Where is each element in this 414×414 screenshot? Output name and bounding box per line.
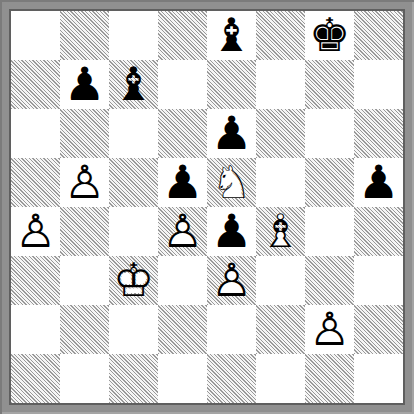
square-c8[interactable] <box>109 11 158 60</box>
square-e3[interactable]: ♟♙ <box>207 256 256 305</box>
square-e6[interactable]: ♟ <box>207 109 256 158</box>
piece-black-pawn[interactable]: ♟ <box>354 158 403 207</box>
square-c4[interactable] <box>109 207 158 256</box>
square-d7[interactable] <box>158 60 207 109</box>
piece-glyph: ♙ <box>11 207 60 256</box>
piece-glyph: ♔ <box>109 256 158 305</box>
board-frame: ♝♚♟♝♟♟♙♟♞♘♟♟♙♟♙♟♝♗♚♔♟♙♟♙ <box>0 0 414 414</box>
square-h7[interactable] <box>354 60 403 109</box>
square-d4[interactable]: ♟♙ <box>158 207 207 256</box>
piece-white-bishop[interactable]: ♝♗ <box>256 207 305 256</box>
square-b1[interactable] <box>60 354 109 403</box>
piece-white-pawn[interactable]: ♟♙ <box>11 207 60 256</box>
square-a6[interactable] <box>11 109 60 158</box>
square-a1[interactable] <box>11 354 60 403</box>
square-d2[interactable] <box>158 305 207 354</box>
piece-glyph: ♝ <box>109 60 158 109</box>
piece-white-pawn[interactable]: ♟♙ <box>207 256 256 305</box>
square-h5[interactable]: ♟ <box>354 158 403 207</box>
square-h8[interactable] <box>354 11 403 60</box>
piece-glyph: ♙ <box>207 256 256 305</box>
square-e8[interactable]: ♝ <box>207 11 256 60</box>
square-h4[interactable] <box>354 207 403 256</box>
square-f6[interactable] <box>256 109 305 158</box>
square-d6[interactable] <box>158 109 207 158</box>
square-h1[interactable] <box>354 354 403 403</box>
piece-glyph: ♟ <box>207 109 256 158</box>
square-b5[interactable]: ♟♙ <box>60 158 109 207</box>
square-b3[interactable] <box>60 256 109 305</box>
square-c2[interactable] <box>109 305 158 354</box>
square-d5[interactable]: ♟ <box>158 158 207 207</box>
square-h2[interactable] <box>354 305 403 354</box>
square-a8[interactable] <box>11 11 60 60</box>
piece-glyph: ♝ <box>207 11 256 60</box>
square-g8[interactable]: ♚ <box>305 11 354 60</box>
square-h3[interactable] <box>354 256 403 305</box>
square-b7[interactable]: ♟ <box>60 60 109 109</box>
square-f7[interactable] <box>256 60 305 109</box>
square-e2[interactable] <box>207 305 256 354</box>
piece-glyph: ♗ <box>256 207 305 256</box>
square-c5[interactable] <box>109 158 158 207</box>
chess-board: ♝♚♟♝♟♟♙♟♞♘♟♟♙♟♙♟♝♗♚♔♟♙♟♙ <box>9 9 405 405</box>
piece-glyph: ♙ <box>305 305 354 354</box>
square-d1[interactable] <box>158 354 207 403</box>
square-a7[interactable] <box>11 60 60 109</box>
square-g6[interactable] <box>305 109 354 158</box>
square-g4[interactable] <box>305 207 354 256</box>
square-g5[interactable] <box>305 158 354 207</box>
square-d8[interactable] <box>158 11 207 60</box>
square-d3[interactable] <box>158 256 207 305</box>
piece-white-pawn[interactable]: ♟♙ <box>60 158 109 207</box>
square-c1[interactable] <box>109 354 158 403</box>
piece-black-pawn[interactable]: ♟ <box>60 60 109 109</box>
square-c6[interactable] <box>109 109 158 158</box>
piece-glyph: ♟ <box>354 158 403 207</box>
piece-black-king[interactable]: ♚ <box>305 11 354 60</box>
square-f2[interactable] <box>256 305 305 354</box>
square-c7[interactable]: ♝ <box>109 60 158 109</box>
piece-white-pawn[interactable]: ♟♙ <box>305 305 354 354</box>
piece-black-bishop[interactable]: ♝ <box>207 11 256 60</box>
piece-black-bishop[interactable]: ♝ <box>109 60 158 109</box>
square-f8[interactable] <box>256 11 305 60</box>
piece-glyph: ♟ <box>158 158 207 207</box>
square-g1[interactable] <box>305 354 354 403</box>
square-b6[interactable] <box>60 109 109 158</box>
piece-white-knight[interactable]: ♞♘ <box>207 158 256 207</box>
square-g3[interactable] <box>305 256 354 305</box>
piece-glyph: ♘ <box>207 158 256 207</box>
piece-white-king[interactable]: ♚♔ <box>109 256 158 305</box>
square-g2[interactable]: ♟♙ <box>305 305 354 354</box>
square-a4[interactable]: ♟♙ <box>11 207 60 256</box>
piece-glyph: ♙ <box>158 207 207 256</box>
square-e4[interactable]: ♟ <box>207 207 256 256</box>
piece-glyph: ♚ <box>305 11 354 60</box>
piece-glyph: ♙ <box>60 158 109 207</box>
square-h6[interactable] <box>354 109 403 158</box>
square-e7[interactable] <box>207 60 256 109</box>
square-a3[interactable] <box>11 256 60 305</box>
square-b2[interactable] <box>60 305 109 354</box>
square-f5[interactable] <box>256 158 305 207</box>
piece-black-pawn[interactable]: ♟ <box>207 109 256 158</box>
piece-glyph: ♟ <box>60 60 109 109</box>
square-a2[interactable] <box>11 305 60 354</box>
square-b8[interactable] <box>60 11 109 60</box>
square-f3[interactable] <box>256 256 305 305</box>
square-e5[interactable]: ♞♘ <box>207 158 256 207</box>
piece-black-pawn[interactable]: ♟ <box>207 207 256 256</box>
square-b4[interactable] <box>60 207 109 256</box>
square-f1[interactable] <box>256 354 305 403</box>
square-a5[interactable] <box>11 158 60 207</box>
square-e1[interactable] <box>207 354 256 403</box>
piece-black-pawn[interactable]: ♟ <box>158 158 207 207</box>
square-g7[interactable] <box>305 60 354 109</box>
square-c3[interactable]: ♚♔ <box>109 256 158 305</box>
piece-glyph: ♟ <box>207 207 256 256</box>
square-f4[interactable]: ♝♗ <box>256 207 305 256</box>
piece-white-pawn[interactable]: ♟♙ <box>158 207 207 256</box>
